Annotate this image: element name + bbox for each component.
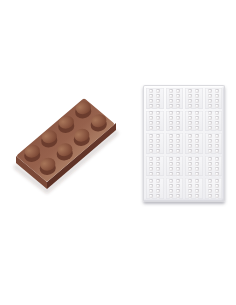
stud-dimple bbox=[149, 167, 153, 171]
stud-dimple bbox=[176, 179, 180, 183]
stud-dimple bbox=[195, 134, 199, 138]
stud-dimple bbox=[195, 149, 199, 153]
mold-cavity bbox=[166, 178, 184, 199]
stud-dimple bbox=[176, 121, 180, 125]
stud-dimple bbox=[176, 162, 180, 166]
stud-dimple bbox=[195, 99, 199, 103]
stud-dimple bbox=[156, 162, 160, 166]
stud-dimple bbox=[149, 104, 153, 108]
stud-dimple bbox=[169, 179, 173, 183]
stud-dimple bbox=[169, 111, 173, 115]
stud-dimple bbox=[215, 149, 219, 153]
stud-dimple bbox=[149, 179, 153, 183]
stud-dimple bbox=[149, 139, 153, 143]
cavity-stud-dimples bbox=[188, 179, 199, 198]
stud-dimple bbox=[188, 189, 192, 193]
stud-dimple bbox=[195, 184, 199, 188]
cavity-stud-dimples bbox=[208, 179, 219, 198]
stud-dimple bbox=[169, 189, 173, 193]
mold-cavity bbox=[166, 88, 184, 109]
stud-dimple bbox=[169, 89, 173, 93]
stud-dimple bbox=[208, 172, 212, 176]
stud-dimple bbox=[208, 184, 212, 188]
stud-dimple bbox=[176, 167, 180, 171]
stud-dimple bbox=[149, 134, 153, 138]
stud-dimple bbox=[156, 139, 160, 143]
stud-dimple bbox=[169, 157, 173, 161]
stud-dimple bbox=[208, 89, 212, 93]
mold-cavity bbox=[166, 133, 184, 154]
stud-dimple bbox=[188, 111, 192, 115]
stud-dimple bbox=[215, 89, 219, 93]
stud-dimple bbox=[176, 139, 180, 143]
stud-dimple bbox=[156, 99, 160, 103]
stud-dimple bbox=[169, 172, 173, 176]
stud-dimple bbox=[195, 116, 199, 120]
mold-cavity bbox=[185, 88, 203, 109]
stud-dimple bbox=[176, 116, 180, 120]
mold-cavity bbox=[205, 133, 223, 154]
stud-dimple bbox=[156, 184, 160, 188]
product-photo bbox=[0, 0, 236, 305]
stud-dimple bbox=[208, 139, 212, 143]
stud-dimple bbox=[176, 184, 180, 188]
stud-dimple bbox=[176, 189, 180, 193]
stud-dimple bbox=[215, 99, 219, 103]
stud-dimple bbox=[195, 162, 199, 166]
cavity-stud-dimples bbox=[169, 179, 180, 198]
stud-dimple bbox=[156, 194, 160, 198]
cavity-stud-dimples bbox=[169, 157, 180, 176]
stud-dimple bbox=[149, 149, 153, 153]
stud-dimple bbox=[188, 184, 192, 188]
stud-dimple bbox=[208, 126, 212, 130]
stud-dimple bbox=[195, 111, 199, 115]
stud-dimple bbox=[156, 116, 160, 120]
stud-dimple bbox=[208, 167, 212, 171]
stud-dimple bbox=[156, 104, 160, 108]
stud-dimple bbox=[156, 89, 160, 93]
stud-dimple bbox=[188, 121, 192, 125]
mold-cavity bbox=[205, 88, 223, 109]
stud-dimple bbox=[169, 134, 173, 138]
stud-dimple bbox=[215, 167, 219, 171]
stud-dimple bbox=[156, 121, 160, 125]
stud-dimple bbox=[156, 111, 160, 115]
stud-dimple bbox=[215, 157, 219, 161]
stud-dimple bbox=[169, 162, 173, 166]
stud-dimple bbox=[156, 126, 160, 130]
stud-dimple bbox=[195, 144, 199, 148]
stud-dimple bbox=[188, 157, 192, 161]
cavity-stud-dimples bbox=[149, 89, 160, 108]
mold-cavity bbox=[146, 178, 164, 199]
stud-dimple bbox=[149, 162, 153, 166]
stud-dimple bbox=[188, 179, 192, 183]
stud-dimple bbox=[169, 144, 173, 148]
stud-dimple bbox=[195, 121, 199, 125]
mold-cavity bbox=[185, 156, 203, 177]
stud-dimple bbox=[149, 94, 153, 98]
stud-dimple bbox=[215, 94, 219, 98]
stud-dimple bbox=[208, 99, 212, 103]
stud-dimple bbox=[195, 139, 199, 143]
stud-dimple bbox=[176, 99, 180, 103]
stud-dimple bbox=[188, 99, 192, 103]
stud-dimple bbox=[215, 144, 219, 148]
cavity-stud-dimples bbox=[188, 134, 199, 153]
stud-dimple bbox=[149, 157, 153, 161]
stud-dimple bbox=[215, 121, 219, 125]
stud-dimple bbox=[208, 134, 212, 138]
stud-dimple bbox=[208, 157, 212, 161]
cavity-stud-dimples bbox=[208, 157, 219, 176]
chocolate-mold-tray bbox=[143, 85, 225, 202]
cavity-stud-dimples bbox=[188, 89, 199, 108]
stud-dimple bbox=[149, 189, 153, 193]
mold-cavity bbox=[205, 156, 223, 177]
mold-cavity bbox=[166, 111, 184, 132]
stud-dimple bbox=[176, 111, 180, 115]
stud-dimple bbox=[156, 167, 160, 171]
stud-dimple bbox=[149, 89, 153, 93]
stud-dimple bbox=[169, 167, 173, 171]
stud-dimple bbox=[215, 116, 219, 120]
cavity-stud-dimples bbox=[208, 111, 219, 130]
cavity-stud-dimples bbox=[169, 89, 180, 108]
stud-dimple bbox=[208, 144, 212, 148]
mold-cavity bbox=[185, 178, 203, 199]
stud-dimple bbox=[176, 89, 180, 93]
stud-dimple bbox=[188, 94, 192, 98]
stud-dimple bbox=[156, 172, 160, 176]
stud-dimple bbox=[169, 149, 173, 153]
mold-cavity bbox=[146, 88, 164, 109]
stud-dimple bbox=[176, 194, 180, 198]
stud-dimple bbox=[169, 99, 173, 103]
stud-dimple bbox=[215, 179, 219, 183]
stud-dimple bbox=[156, 179, 160, 183]
stud-dimple bbox=[149, 121, 153, 125]
stud-dimple bbox=[188, 139, 192, 143]
mold-cavity bbox=[205, 178, 223, 199]
stud-dimple bbox=[149, 172, 153, 176]
stud-dimple bbox=[215, 172, 219, 176]
stud-dimple bbox=[208, 121, 212, 125]
stud-dimple bbox=[208, 116, 212, 120]
mold-cavity bbox=[205, 111, 223, 132]
stud-dimple bbox=[169, 104, 173, 108]
stud-dimple bbox=[149, 144, 153, 148]
stud-dimple bbox=[188, 104, 192, 108]
cavity-stud-dimples bbox=[169, 134, 180, 153]
cavity-stud-dimples bbox=[169, 111, 180, 130]
cavity-stud-dimples bbox=[208, 134, 219, 153]
cavity-stud-dimples bbox=[188, 157, 199, 176]
stud-dimple bbox=[176, 157, 180, 161]
stud-dimple bbox=[156, 134, 160, 138]
stud-dimple bbox=[208, 194, 212, 198]
cavity-stud-dimples bbox=[149, 157, 160, 176]
cavity-stud-dimples bbox=[149, 111, 160, 130]
stud-dimple bbox=[188, 116, 192, 120]
stud-dimple bbox=[195, 157, 199, 161]
stud-dimple bbox=[169, 194, 173, 198]
stud-dimple bbox=[195, 189, 199, 193]
stud-dimple bbox=[215, 104, 219, 108]
stud-dimple bbox=[149, 99, 153, 103]
stud-dimple bbox=[169, 121, 173, 125]
stud-dimple bbox=[208, 104, 212, 108]
stud-dimple bbox=[195, 179, 199, 183]
stud-dimple bbox=[169, 126, 173, 130]
stud-dimple bbox=[169, 184, 173, 188]
mold-cavity bbox=[146, 111, 164, 132]
stud-dimple bbox=[215, 184, 219, 188]
mold-cavity bbox=[146, 156, 164, 177]
mold-cavity bbox=[146, 133, 164, 154]
cavity-stud-dimples bbox=[149, 179, 160, 198]
stud-dimple bbox=[188, 134, 192, 138]
stud-dimple bbox=[149, 116, 153, 120]
stud-dimple bbox=[176, 144, 180, 148]
stud-dimple bbox=[176, 126, 180, 130]
stud-dimple bbox=[149, 194, 153, 198]
stud-dimple bbox=[195, 194, 199, 198]
cavity-stud-dimples bbox=[208, 89, 219, 108]
stud-dimple bbox=[176, 134, 180, 138]
stud-dimple bbox=[208, 111, 212, 115]
mold-cavity bbox=[166, 156, 184, 177]
stud-dimple bbox=[156, 144, 160, 148]
stud-dimple bbox=[188, 149, 192, 153]
stud-dimple bbox=[176, 149, 180, 153]
stud-dimple bbox=[195, 167, 199, 171]
stud-dimple bbox=[215, 111, 219, 115]
stud-dimple bbox=[215, 189, 219, 193]
stud-dimple bbox=[188, 89, 192, 93]
stud-dimple bbox=[149, 111, 153, 115]
stud-dimple bbox=[215, 139, 219, 143]
stud-dimple bbox=[195, 94, 199, 98]
stud-dimple bbox=[149, 126, 153, 130]
stud-dimple bbox=[176, 104, 180, 108]
mold-cavity bbox=[185, 111, 203, 132]
stud-dimple bbox=[188, 172, 192, 176]
stud-dimple bbox=[156, 189, 160, 193]
stud-dimple bbox=[215, 134, 219, 138]
mold-grid bbox=[146, 88, 222, 199]
stud-dimple bbox=[208, 94, 212, 98]
stud-dimple bbox=[188, 194, 192, 198]
stud-dimple bbox=[195, 89, 199, 93]
stud-dimple bbox=[188, 144, 192, 148]
stud-dimple bbox=[195, 126, 199, 130]
stud-dimple bbox=[188, 167, 192, 171]
stud-dimple bbox=[176, 172, 180, 176]
stud-dimple bbox=[215, 162, 219, 166]
stud-dimple bbox=[169, 94, 173, 98]
mold-cavity bbox=[185, 133, 203, 154]
stud-dimple bbox=[215, 126, 219, 130]
stud-dimple bbox=[195, 104, 199, 108]
stud-dimple bbox=[208, 162, 212, 166]
stud-dimple bbox=[169, 139, 173, 143]
stud-dimple bbox=[156, 157, 160, 161]
cavity-stud-dimples bbox=[149, 134, 160, 153]
stud-dimple bbox=[149, 184, 153, 188]
stud-dimple bbox=[169, 116, 173, 120]
stud-dimple bbox=[188, 162, 192, 166]
stud-dimple bbox=[156, 94, 160, 98]
cavity-stud-dimples bbox=[188, 111, 199, 130]
stud-dimple bbox=[156, 149, 160, 153]
stud-dimple bbox=[215, 194, 219, 198]
stud-dimple bbox=[176, 94, 180, 98]
stud-dimple bbox=[208, 149, 212, 153]
stud-dimple bbox=[188, 126, 192, 130]
stud-dimple bbox=[208, 189, 212, 193]
stud-dimple bbox=[195, 172, 199, 176]
stud-dimple bbox=[208, 179, 212, 183]
